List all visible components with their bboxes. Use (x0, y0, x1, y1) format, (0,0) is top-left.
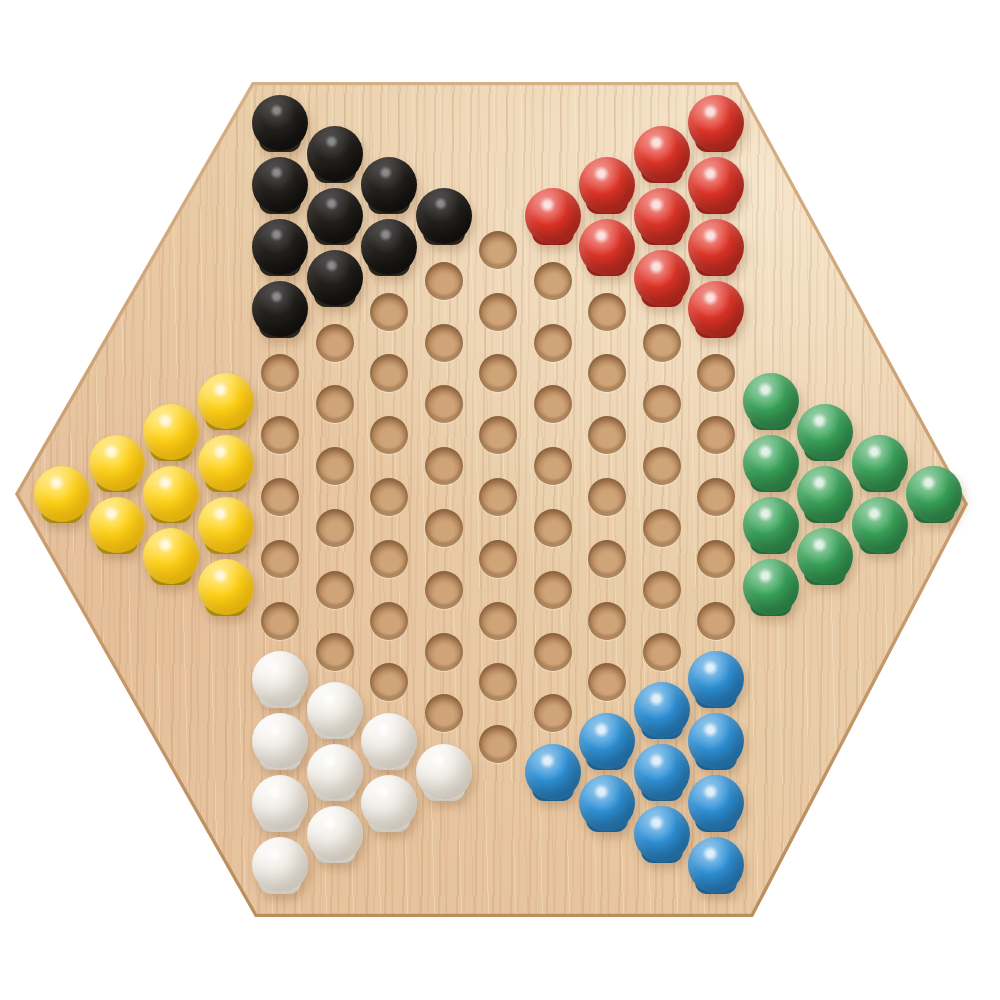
chinese-checkers-scene (0, 0, 1000, 1000)
peg-green[interactable] (743, 435, 799, 491)
hole[interactable] (370, 416, 408, 454)
hole[interactable] (261, 602, 299, 640)
black-peg-ball (416, 188, 472, 244)
yellow-peg-ball (143, 404, 199, 460)
peg-red[interactable] (688, 157, 744, 213)
yellow-peg-ball (89, 497, 145, 553)
white-peg-ball (361, 775, 417, 831)
red-peg-ball (634, 188, 690, 244)
red-peg-ball (688, 219, 744, 275)
yellow-peg-ball (89, 435, 145, 491)
hole[interactable] (425, 447, 463, 485)
peg-white[interactable] (252, 775, 308, 831)
yellow-peg-ball (143, 466, 199, 522)
black-peg-ball (307, 188, 363, 244)
peg-blue[interactable] (688, 837, 744, 893)
white-peg-ball (252, 713, 308, 769)
peg-white[interactable] (252, 713, 308, 769)
green-peg-ball (906, 466, 962, 522)
black-peg-ball (307, 126, 363, 182)
peg-white[interactable] (252, 837, 308, 893)
black-peg-ball (252, 157, 308, 213)
peg-black[interactable] (361, 219, 417, 275)
peg-red[interactable] (525, 188, 581, 244)
peg-black[interactable] (416, 188, 472, 244)
blue-peg-ball (688, 775, 744, 831)
green-peg-ball (743, 559, 799, 615)
peg-yellow[interactable] (89, 497, 145, 553)
blue-peg-ball (525, 744, 581, 800)
hole[interactable] (697, 478, 735, 516)
hole[interactable] (588, 416, 626, 454)
hole[interactable] (316, 447, 354, 485)
peg-yellow[interactable] (143, 404, 199, 460)
peg-green[interactable] (906, 466, 962, 522)
green-peg-ball (743, 497, 799, 553)
peg-black[interactable] (252, 281, 308, 337)
hole[interactable] (588, 602, 626, 640)
yellow-peg-ball (198, 497, 254, 553)
hole[interactable] (697, 540, 735, 578)
peg-red[interactable] (579, 157, 635, 213)
hole[interactable] (534, 324, 572, 362)
green-peg-ball (797, 466, 853, 522)
peg-blue[interactable] (688, 775, 744, 831)
hole[interactable] (643, 385, 681, 423)
peg-green[interactable] (797, 466, 853, 522)
hole[interactable] (643, 447, 681, 485)
hole[interactable] (425, 324, 463, 362)
peg-blue[interactable] (688, 651, 744, 707)
green-peg-ball (797, 528, 853, 584)
hole[interactable] (425, 694, 463, 732)
blue-peg-ball (634, 806, 690, 862)
black-peg-ball (307, 250, 363, 306)
hole[interactable] (479, 725, 517, 763)
hole[interactable] (534, 385, 572, 423)
black-peg-ball (252, 95, 308, 151)
peg-yellow[interactable] (198, 559, 254, 615)
green-peg-ball (743, 373, 799, 429)
peg-green[interactable] (852, 435, 908, 491)
peg-green[interactable] (852, 497, 908, 553)
hole[interactable] (534, 633, 572, 671)
hole[interactable] (479, 602, 517, 640)
white-peg-ball (307, 744, 363, 800)
blue-peg-ball (579, 713, 635, 769)
hole[interactable] (697, 602, 735, 640)
peg-yellow[interactable] (143, 466, 199, 522)
peg-green[interactable] (797, 404, 853, 460)
white-peg-ball (416, 744, 472, 800)
hole[interactable] (425, 509, 463, 547)
blue-peg-ball (688, 713, 744, 769)
hole[interactable] (261, 416, 299, 454)
peg-green[interactable] (743, 559, 799, 615)
white-peg-ball (252, 775, 308, 831)
peg-black[interactable] (307, 126, 363, 182)
red-peg-ball (579, 219, 635, 275)
red-peg-ball (688, 95, 744, 151)
peg-black[interactable] (252, 95, 308, 151)
peg-black[interactable] (252, 219, 308, 275)
blue-peg-ball (688, 651, 744, 707)
peg-yellow[interactable] (198, 373, 254, 429)
hole[interactable] (370, 293, 408, 331)
peg-red[interactable] (688, 219, 744, 275)
hole[interactable] (425, 385, 463, 423)
peg-white[interactable] (307, 682, 363, 738)
white-peg-ball (252, 651, 308, 707)
red-peg-ball (688, 281, 744, 337)
peg-blue[interactable] (579, 713, 635, 769)
peg-yellow[interactable] (143, 528, 199, 584)
red-peg-ball (634, 126, 690, 182)
hole[interactable] (534, 447, 572, 485)
yellow-peg-ball (198, 435, 254, 491)
black-peg-ball (361, 219, 417, 275)
hole[interactable] (643, 571, 681, 609)
hole[interactable] (261, 478, 299, 516)
peg-blue[interactable] (634, 806, 690, 862)
hole[interactable] (425, 633, 463, 671)
white-peg-ball (307, 806, 363, 862)
hole[interactable] (479, 231, 517, 269)
peg-red[interactable] (634, 126, 690, 182)
peg-white[interactable] (307, 744, 363, 800)
peg-red[interactable] (634, 188, 690, 244)
hole[interactable] (534, 694, 572, 732)
green-peg-ball (852, 497, 908, 553)
blue-peg-ball (634, 682, 690, 738)
hole[interactable] (479, 478, 517, 516)
white-peg-ball (361, 713, 417, 769)
peg-blue[interactable] (579, 775, 635, 831)
peg-white[interactable] (416, 744, 472, 800)
hole[interactable] (534, 262, 572, 300)
hole[interactable] (316, 509, 354, 547)
red-peg-ball (579, 157, 635, 213)
peg-red[interactable] (688, 281, 744, 337)
yellow-peg-ball (198, 559, 254, 615)
hole[interactable] (261, 540, 299, 578)
peg-yellow[interactable] (89, 435, 145, 491)
black-peg-ball (252, 281, 308, 337)
yellow-peg-ball (198, 373, 254, 429)
green-peg-ball (743, 435, 799, 491)
green-peg-ball (852, 435, 908, 491)
blue-peg-ball (688, 837, 744, 893)
hole[interactable] (697, 416, 735, 454)
peg-yellow[interactable] (198, 497, 254, 553)
hole[interactable] (316, 324, 354, 362)
blue-peg-ball (634, 744, 690, 800)
peg-white[interactable] (361, 713, 417, 769)
hole[interactable] (588, 478, 626, 516)
peg-red[interactable] (634, 250, 690, 306)
hole[interactable] (370, 478, 408, 516)
peg-green[interactable] (743, 497, 799, 553)
white-peg-ball (252, 837, 308, 893)
hole[interactable] (643, 633, 681, 671)
blue-peg-ball (579, 775, 635, 831)
black-peg-ball (361, 157, 417, 213)
hole[interactable] (534, 509, 572, 547)
peg-black[interactable] (252, 157, 308, 213)
peg-black[interactable] (307, 188, 363, 244)
peg-white[interactable] (361, 775, 417, 831)
peg-black[interactable] (307, 250, 363, 306)
yellow-peg-ball (143, 528, 199, 584)
peg-blue[interactable] (525, 744, 581, 800)
red-peg-ball (525, 188, 581, 244)
peg-yellow[interactable] (34, 466, 90, 522)
hole[interactable] (479, 540, 517, 578)
white-peg-ball (307, 682, 363, 738)
yellow-peg-ball (34, 466, 90, 522)
peg-red[interactable] (579, 219, 635, 275)
hole[interactable] (316, 633, 354, 671)
hole[interactable] (370, 602, 408, 640)
hole[interactable] (370, 540, 408, 578)
peg-white[interactable] (252, 651, 308, 707)
peg-white[interactable] (307, 806, 363, 862)
peg-blue[interactable] (634, 682, 690, 738)
red-peg-ball (688, 157, 744, 213)
hole[interactable] (316, 571, 354, 609)
peg-yellow[interactable] (198, 435, 254, 491)
hole[interactable] (588, 293, 626, 331)
hole[interactable] (479, 293, 517, 331)
hole[interactable] (425, 262, 463, 300)
green-peg-ball (797, 404, 853, 460)
peg-blue[interactable] (688, 713, 744, 769)
hole[interactable] (534, 571, 572, 609)
hole[interactable] (643, 324, 681, 362)
red-peg-ball (634, 250, 690, 306)
peg-red[interactable] (688, 95, 744, 151)
hole[interactable] (479, 416, 517, 454)
peg-blue[interactable] (634, 744, 690, 800)
hole[interactable] (425, 571, 463, 609)
black-peg-ball (252, 219, 308, 275)
peg-green[interactable] (743, 373, 799, 429)
hole[interactable] (643, 509, 681, 547)
peg-green[interactable] (797, 528, 853, 584)
hole[interactable] (316, 385, 354, 423)
peg-black[interactable] (361, 157, 417, 213)
hole[interactable] (588, 540, 626, 578)
